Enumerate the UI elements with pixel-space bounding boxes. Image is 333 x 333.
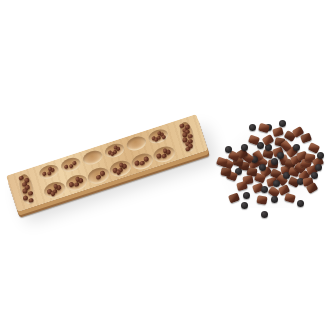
bead (18, 175, 23, 180)
pit-near-3 (85, 165, 111, 186)
pit-far-1 (37, 163, 60, 182)
piece-black-disc (317, 152, 324, 159)
piece-brown-cylinder (272, 127, 284, 137)
piece-black-disc (249, 124, 256, 131)
pit-far-5 (124, 134, 147, 153)
pit-near-4 (107, 158, 133, 179)
bead (185, 146, 190, 151)
piece-black-disc (315, 164, 322, 171)
pit-near-5 (129, 151, 155, 172)
bead (22, 196, 27, 201)
bead (156, 153, 162, 159)
piece-black-disc (225, 146, 232, 153)
store-right (177, 121, 196, 153)
piece-black-disc (241, 144, 248, 151)
piece-brown-cylinder (300, 133, 312, 144)
bead (69, 182, 75, 188)
board-wrap (6, 114, 208, 212)
pit-near-1 (42, 180, 68, 201)
piece-black-disc (259, 164, 266, 171)
mancala-board (6, 114, 208, 212)
store-left (17, 173, 36, 205)
pit-far-4 (103, 141, 126, 160)
pit-far-2 (59, 156, 82, 175)
piece-black-disc (271, 158, 278, 165)
piece-black-disc (241, 202, 248, 209)
piece-brown-cylinder (220, 167, 231, 177)
piece-black-disc (277, 152, 284, 159)
pit-near-2 (63, 172, 89, 193)
piece-black-disc (293, 144, 300, 151)
piece-black-disc (243, 192, 250, 199)
piece-black-disc (311, 172, 318, 179)
product-photo (0, 0, 333, 333)
pit-far-6 (146, 127, 169, 146)
bead (161, 134, 166, 139)
bead (72, 160, 77, 165)
bead (134, 160, 140, 166)
bead (27, 191, 32, 196)
piece-brown-cylinder (236, 181, 248, 191)
piece-brown-cylinder (228, 193, 240, 204)
piece-black-disc (297, 200, 304, 207)
pit-far-3 (81, 149, 104, 168)
pit-near-6 (151, 144, 177, 165)
bead (42, 171, 47, 176)
piece-brown-cylinder (284, 193, 296, 203)
piece-brown-cylinder (256, 195, 267, 205)
piece-brown-cylinder (258, 123, 270, 133)
piece-black-disc (261, 186, 268, 193)
piece-black-disc (273, 180, 280, 187)
piece-black-disc (271, 196, 278, 203)
piece-pile (213, 108, 333, 220)
bead (100, 171, 106, 177)
piece-black-disc (261, 211, 268, 218)
bead (22, 189, 27, 194)
bead (143, 156, 149, 162)
bead (64, 164, 69, 169)
piece-black-disc (279, 120, 286, 127)
bead (28, 198, 33, 203)
